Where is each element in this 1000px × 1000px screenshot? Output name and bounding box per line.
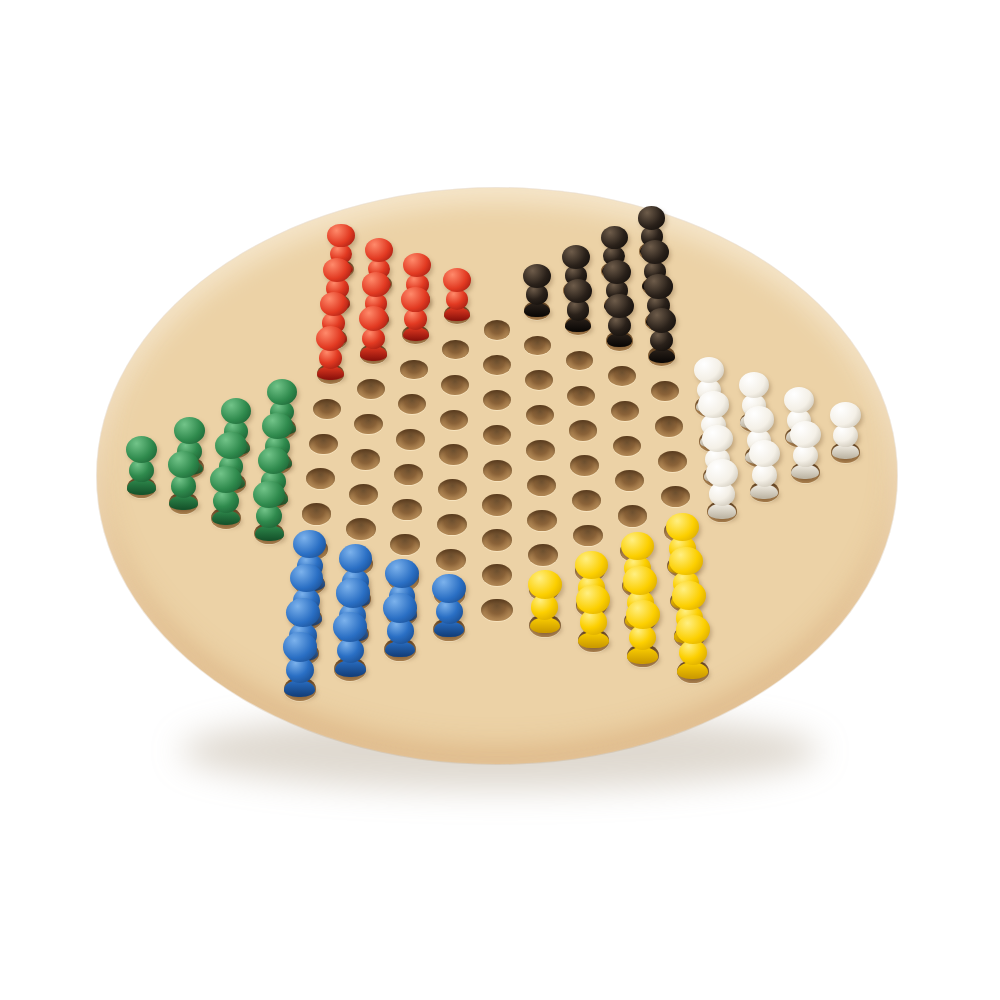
peg-black[interactable] — [605, 294, 634, 348]
peg-head — [605, 294, 634, 319]
peg-head — [267, 379, 297, 405]
board-hole[interactable] — [524, 336, 551, 356]
peg-blue[interactable] — [283, 632, 318, 697]
peg-head — [253, 481, 285, 509]
peg-head — [669, 547, 702, 576]
peg-head — [698, 391, 729, 417]
peg-head — [362, 272, 390, 296]
peg-yellow[interactable] — [576, 585, 610, 649]
board-hole[interactable] — [618, 505, 648, 527]
board-hole[interactable] — [440, 410, 468, 430]
product-photo-scene — [0, 0, 1000, 1000]
peg-head — [562, 245, 590, 269]
peg-red[interactable] — [401, 287, 430, 341]
peg-head — [316, 326, 345, 351]
peg-head — [702, 425, 733, 452]
board-hole[interactable] — [392, 499, 422, 521]
peg-head — [647, 308, 676, 333]
peg-head — [790, 421, 821, 448]
board-hole[interactable] — [572, 490, 602, 511]
peg-black[interactable] — [564, 279, 593, 332]
peg-head — [333, 612, 367, 642]
peg-head — [293, 530, 326, 558]
board-hole[interactable] — [349, 484, 378, 505]
board-hole[interactable] — [528, 544, 558, 566]
board-hole[interactable] — [346, 518, 376, 540]
peg-green[interactable] — [168, 451, 200, 510]
peg-blue[interactable] — [333, 612, 367, 676]
peg-head — [575, 551, 608, 580]
board-hole[interactable] — [526, 440, 555, 461]
peg-head — [784, 387, 814, 413]
board-hole[interactable] — [569, 420, 597, 441]
peg-head — [283, 632, 318, 662]
peg-head — [221, 398, 252, 424]
peg-head — [638, 206, 665, 229]
peg-head — [739, 372, 769, 398]
peg-head — [320, 292, 349, 317]
board-hole[interactable] — [651, 381, 679, 401]
peg-head — [383, 593, 417, 622]
board-hole[interactable] — [482, 529, 512, 551]
peg-white[interactable] — [830, 402, 861, 459]
peg-head — [749, 440, 780, 467]
board-hole[interactable] — [436, 549, 467, 571]
peg-red[interactable] — [316, 326, 345, 381]
peg-head — [601, 226, 629, 250]
board-hole[interactable] — [398, 394, 426, 414]
peg-head — [339, 544, 372, 573]
peg-yellow[interactable] — [528, 570, 562, 633]
peg-white[interactable] — [706, 459, 738, 518]
peg-head — [401, 287, 430, 312]
peg-head — [168, 451, 200, 478]
board-hole[interactable] — [309, 434, 338, 455]
peg-head — [443, 268, 471, 292]
peg-head — [603, 260, 631, 284]
board-hole[interactable] — [313, 399, 341, 419]
board-hole[interactable] — [482, 494, 512, 515]
peg-head — [215, 432, 246, 459]
board-hole[interactable] — [611, 401, 639, 421]
peg-blue[interactable] — [432, 574, 466, 637]
peg-head — [706, 459, 738, 486]
peg-head — [621, 532, 654, 560]
board-hole[interactable] — [483, 425, 511, 446]
board-hole[interactable] — [484, 320, 511, 339]
board-hole[interactable] — [442, 340, 469, 360]
board-hole[interactable] — [437, 514, 467, 536]
board-hole[interactable] — [527, 475, 556, 496]
board-hole[interactable] — [302, 503, 332, 525]
peg-head — [644, 274, 672, 298]
board-hole[interactable] — [481, 599, 512, 622]
board-hole[interactable] — [400, 360, 427, 380]
peg-red[interactable] — [359, 306, 388, 360]
peg-head — [336, 578, 370, 607]
peg-white[interactable] — [749, 440, 780, 499]
peg-head — [432, 574, 466, 603]
board-hole[interactable] — [608, 366, 636, 386]
peg-head — [365, 238, 393, 262]
peg-head — [403, 253, 431, 277]
peg-head — [576, 585, 610, 614]
peg-head — [672, 581, 706, 610]
board-hole[interactable] — [483, 460, 512, 481]
board-hole[interactable] — [526, 405, 554, 425]
board-hole[interactable] — [394, 464, 423, 485]
peg-head — [564, 279, 593, 304]
board-hole[interactable] — [354, 414, 382, 435]
peg-head — [359, 306, 388, 331]
peg-yellow[interactable] — [676, 615, 711, 680]
board-hole[interactable] — [613, 436, 642, 457]
peg-head — [641, 240, 669, 264]
board-hole[interactable] — [396, 429, 425, 450]
peg-green[interactable] — [126, 436, 157, 495]
board-hole[interactable] — [573, 525, 603, 547]
peg-head — [528, 570, 562, 599]
board-hole[interactable] — [483, 355, 510, 375]
peg-head — [258, 447, 290, 474]
peg-head — [523, 264, 551, 288]
peg-red[interactable] — [443, 268, 471, 321]
board-hole[interactable] — [438, 479, 467, 500]
peg-head — [830, 402, 861, 428]
peg-head — [174, 417, 205, 444]
board-hole[interactable] — [482, 564, 513, 586]
board-hole[interactable] — [615, 470, 644, 491]
board-hole[interactable] — [525, 370, 553, 390]
peg-head — [676, 615, 711, 645]
peg-green[interactable] — [210, 466, 242, 526]
peg-white[interactable] — [790, 421, 821, 479]
board-hole[interactable] — [661, 486, 690, 507]
peg-head — [262, 413, 293, 440]
board-hole[interactable] — [567, 386, 595, 406]
peg-black[interactable] — [647, 308, 676, 362]
peg-head — [286, 598, 320, 627]
board-hole[interactable] — [527, 510, 557, 532]
peg-head — [126, 436, 157, 463]
peg-black[interactable] — [523, 264, 551, 317]
board-hole[interactable] — [483, 390, 511, 410]
peg-head — [323, 258, 351, 282]
peg-head — [744, 406, 775, 432]
peg-head — [327, 224, 355, 248]
board-hole[interactable] — [351, 449, 380, 470]
board-hole[interactable] — [357, 379, 385, 399]
peg-head — [626, 600, 660, 629]
peg-green[interactable] — [253, 481, 285, 541]
board-star — [0, 0, 1000, 1000]
peg-head — [210, 466, 242, 493]
board-hole[interactable] — [441, 375, 469, 395]
peg-head — [666, 513, 699, 541]
board-hole[interactable] — [439, 444, 468, 465]
board-hole[interactable] — [570, 455, 599, 476]
board-hole[interactable] — [306, 468, 335, 489]
peg-yellow[interactable] — [626, 600, 660, 664]
peg-blue[interactable] — [383, 593, 417, 657]
peg-head — [290, 564, 324, 593]
board-hole[interactable] — [658, 451, 687, 472]
board-hole[interactable] — [655, 416, 683, 437]
board-hole[interactable] — [566, 351, 593, 371]
board-hole[interactable] — [390, 534, 420, 556]
peg-head — [385, 559, 419, 588]
peg-head — [623, 566, 657, 595]
peg-head — [694, 357, 724, 383]
